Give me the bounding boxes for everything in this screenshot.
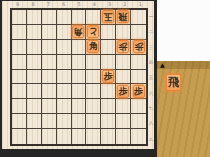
rank-labels: 一二三四五六七八九 — [148, 8, 154, 146]
shogi-piece-gote[interactable]: と — [87, 25, 99, 38]
board-cell[interactable] — [101, 40, 116, 55]
board-cell[interactable] — [86, 114, 101, 129]
shogi-piece-sente[interactable]: 角 — [87, 40, 99, 53]
shogi-piece-sente[interactable]: 歩 — [133, 85, 145, 98]
board-cell[interactable] — [131, 55, 146, 70]
board-cell[interactable] — [27, 55, 42, 70]
rank-label: 二 — [148, 24, 153, 38]
board-cell[interactable] — [12, 129, 27, 144]
board-cell[interactable] — [27, 25, 42, 40]
board-cell[interactable] — [12, 70, 27, 85]
board-cell[interactable] — [116, 70, 131, 85]
board-cell[interactable] — [57, 99, 72, 114]
board-cell[interactable] — [101, 99, 116, 114]
board-cell[interactable] — [72, 70, 87, 85]
board-cell[interactable] — [12, 99, 27, 114]
board-cell[interactable] — [27, 114, 42, 129]
board-cell[interactable] — [116, 129, 131, 144]
board-cell[interactable] — [131, 70, 146, 85]
board-cell[interactable] — [101, 114, 116, 129]
board-cell[interactable] — [57, 129, 72, 144]
hand-piece-rook[interactable]: 飛 — [166, 74, 181, 91]
board-cell[interactable]: 歩 — [101, 70, 116, 85]
board-cell[interactable]: 歩 — [131, 84, 146, 99]
file-label: 1 — [133, 1, 148, 8]
rank-label: 三 — [148, 39, 153, 53]
board-cell[interactable] — [27, 84, 42, 99]
rank-label: 五 — [148, 70, 153, 84]
board-cell[interactable]: 歩 — [131, 40, 146, 55]
board-cell[interactable] — [42, 25, 57, 40]
board-grid[interactable]: 玉飛角と角歩歩歩歩歩 — [10, 8, 148, 146]
shogi-piece-gote[interactable]: 角 — [72, 25, 84, 38]
board-cell[interactable] — [72, 99, 87, 114]
rank-label: 九 — [148, 131, 153, 145]
side-panel — [157, 0, 210, 61]
file-label: 6 — [56, 1, 71, 8]
shogi-board: 987654321 一二三四五六七八九 玉飛角と角歩歩歩歩歩 — [2, 1, 154, 149]
board-cell[interactable] — [12, 25, 27, 40]
board-cell[interactable] — [27, 10, 42, 25]
board-cell[interactable] — [42, 114, 57, 129]
board-cell[interactable] — [27, 129, 42, 144]
board-cell[interactable] — [42, 10, 57, 25]
board-cell[interactable]: 玉 — [101, 10, 116, 25]
shogi-app: 987654321 一二三四五六七八九 玉飛角と角歩歩歩歩歩 ▲ 飛 — [0, 0, 210, 157]
board-cell[interactable] — [57, 70, 72, 85]
shogi-piece-sente[interactable]: 歩 — [117, 85, 129, 98]
board-cell[interactable] — [131, 114, 146, 129]
board-cell[interactable] — [86, 55, 101, 70]
board-cell[interactable]: 角 — [86, 40, 101, 55]
board-cell[interactable] — [72, 55, 87, 70]
rank-label: 七 — [148, 101, 153, 115]
file-label: 4 — [87, 1, 102, 8]
board-cell[interactable] — [131, 25, 146, 40]
board-cell[interactable] — [101, 84, 116, 99]
rank-label: 一 — [148, 9, 153, 23]
board-cell[interactable] — [101, 129, 116, 144]
hand-area: 飛 — [157, 69, 210, 157]
board-cell[interactable] — [42, 55, 57, 70]
sente-marker-icon: ▲ — [160, 61, 165, 69]
board-cell[interactable] — [131, 10, 146, 25]
board-cell[interactable] — [86, 129, 101, 144]
file-label: 3 — [102, 1, 117, 8]
shogi-piece-gote[interactable]: 歩 — [117, 40, 129, 53]
board-cell[interactable] — [101, 55, 116, 70]
board-cell[interactable] — [131, 99, 146, 114]
board-cell[interactable] — [72, 40, 87, 55]
board-cell[interactable] — [12, 84, 27, 99]
file-label: 7 — [41, 1, 56, 8]
shogi-piece-sente[interactable]: 歩 — [102, 70, 114, 83]
board-cell[interactable] — [57, 55, 72, 70]
board-cell[interactable] — [101, 25, 116, 40]
board-cell[interactable] — [72, 114, 87, 129]
board-cell[interactable] — [12, 40, 27, 55]
file-label: 5 — [71, 1, 86, 8]
file-labels: 987654321 — [10, 1, 148, 8]
board-cell[interactable]: 歩 — [116, 84, 131, 99]
board-cell[interactable] — [57, 84, 72, 99]
board-cell[interactable] — [72, 129, 87, 144]
sente-komadai: ▲ 飛 — [157, 61, 210, 157]
board-cell[interactable] — [86, 99, 101, 114]
board-cell[interactable] — [57, 25, 72, 40]
board-cell[interactable] — [27, 70, 42, 85]
board-cell[interactable] — [86, 84, 101, 99]
board-cell[interactable] — [12, 55, 27, 70]
board-cell[interactable]: 飛 — [116, 10, 131, 25]
board-cell[interactable] — [72, 84, 87, 99]
board-cell[interactable] — [72, 10, 87, 25]
board-cell[interactable] — [42, 129, 57, 144]
board-cell[interactable] — [42, 84, 57, 99]
board-cell[interactable] — [42, 99, 57, 114]
board-cell[interactable] — [27, 99, 42, 114]
board-cell[interactable] — [57, 114, 72, 129]
board-cell[interactable] — [12, 114, 27, 129]
komadai-header: ▲ — [157, 61, 210, 69]
board-cell[interactable] — [116, 55, 131, 70]
board-cell[interactable] — [12, 10, 27, 25]
board-cell[interactable]: 歩 — [116, 40, 131, 55]
board-cell[interactable] — [131, 129, 146, 144]
shogi-piece-gote[interactable]: 飛 — [117, 10, 129, 23]
board-cell[interactable] — [42, 40, 57, 55]
file-label: 9 — [10, 1, 25, 8]
board-cell[interactable] — [57, 40, 72, 55]
board-cell[interactable] — [116, 114, 131, 129]
shogi-piece-gote[interactable]: 玉 — [102, 10, 114, 23]
board-cell[interactable]: と — [86, 25, 101, 40]
rank-label: 八 — [148, 116, 153, 130]
board-cell[interactable] — [42, 70, 57, 85]
board-cell[interactable]: 角 — [72, 25, 87, 40]
board-cell[interactable] — [27, 40, 42, 55]
shogi-piece-gote[interactable]: 歩 — [133, 40, 145, 53]
board-cell[interactable] — [86, 70, 101, 85]
rank-label: 六 — [148, 85, 153, 99]
board-cell[interactable] — [57, 10, 72, 25]
board-cell[interactable] — [86, 10, 101, 25]
board-cell[interactable] — [116, 99, 131, 114]
rank-label: 四 — [148, 55, 153, 69]
file-label: 8 — [25, 1, 40, 8]
file-label: 2 — [117, 1, 132, 8]
board-cell[interactable] — [116, 25, 131, 40]
